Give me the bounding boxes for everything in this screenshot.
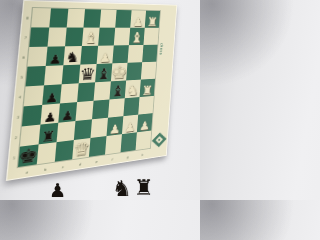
file-label-c: c bbox=[58, 164, 68, 170]
captured-black-knight[interactable]: ♞ bbox=[112, 178, 132, 200]
piece-white-king-f5[interactable]: ♚ bbox=[111, 63, 128, 82]
file-label-a: a bbox=[21, 169, 32, 176]
piece-black-king-a1[interactable]: ♚ bbox=[18, 144, 39, 167]
file-label-e: e bbox=[92, 159, 101, 165]
rank-label-5: 5 bbox=[19, 71, 25, 82]
pieces-layer: ♟♜♝♝♟♞♟♛♝♚♟♝♞♜♟♟♜♟♟♟♛♚ bbox=[18, 8, 160, 167]
piece-black-pawn-b3[interactable]: ♟ bbox=[40, 103, 60, 124]
piece-white-rook-h8[interactable]: ♜ bbox=[145, 11, 160, 28]
piece-black-queen-d5[interactable]: ♛ bbox=[79, 64, 97, 83]
piece-black-rook-b2[interactable]: ♜ bbox=[39, 123, 59, 145]
piece-white-rook-h4[interactable]: ♜ bbox=[140, 79, 156, 97]
file-label-f: f bbox=[108, 156, 117, 162]
piece-white-pawn-g8[interactable]: ♟ bbox=[130, 10, 146, 27]
rank-label-6: 6 bbox=[21, 51, 27, 62]
piece-black-pawn-b4[interactable]: ♟ bbox=[42, 84, 61, 105]
file-label-g: g bbox=[123, 154, 132, 160]
file-label-d: d bbox=[75, 161, 85, 167]
chess-board: ♟♜♝♝♟♞♟♛♝♚♟♝♞♜♟♟♜♟♟♟♛♚ abcdefgh 87654321… bbox=[18, 8, 160, 167]
piece-white-pawn-f2[interactable]: ♟ bbox=[107, 116, 124, 136]
piece-black-bishop-f4[interactable]: ♝ bbox=[109, 80, 126, 99]
rank-label-8: 8 bbox=[24, 12, 30, 23]
rank-label-2: 2 bbox=[13, 131, 19, 143]
file-label-b: b bbox=[40, 166, 50, 172]
rank-label-3: 3 bbox=[15, 111, 21, 123]
rank-label-7: 7 bbox=[23, 32, 29, 43]
piece-white-queen-d1[interactable]: ♛ bbox=[72, 138, 90, 159]
file-label-h: h bbox=[138, 152, 146, 158]
piece-white-bishop-g7[interactable]: ♝ bbox=[129, 28, 145, 45]
piece-white-pawn-e6[interactable]: ♟ bbox=[97, 45, 114, 64]
rank-label-4: 4 bbox=[17, 91, 23, 102]
piece-black-pawn-c3[interactable]: ♟ bbox=[58, 102, 77, 123]
piece-black-knight-c6[interactable]: ♞ bbox=[63, 46, 82, 65]
piece-white-bishop-d7[interactable]: ♝ bbox=[82, 28, 100, 46]
piece-white-knight-g4[interactable]: ♞ bbox=[125, 80, 141, 99]
piece-black-pawn-b6[interactable]: ♟ bbox=[46, 46, 65, 66]
piece-white-pawn-g2[interactable]: ♟ bbox=[122, 115, 138, 135]
captured-black-rook[interactable]: ♜ bbox=[134, 177, 154, 199]
piece-white-pawn-h2[interactable]: ♟ bbox=[137, 113, 153, 132]
captured-black-pawn[interactable]: ♟ bbox=[49, 181, 66, 200]
photo-scene: { "game": "chess", "scene": "Overhead ph… bbox=[0, 0, 200, 200]
